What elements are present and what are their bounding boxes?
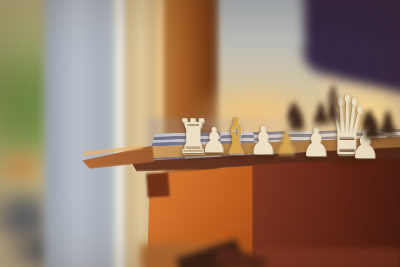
white-bishop: ♝ (221, 111, 251, 160)
table-bottom-strip (252, 248, 400, 267)
black-bishop: ♝ (320, 82, 347, 127)
table-corner-bracket (146, 172, 170, 197)
curtain-lit-edge (115, 0, 126, 267)
black-knight: ♞ (283, 98, 310, 136)
outdoor-chair-blur (0, 146, 48, 188)
black-pawn: ♟ (376, 107, 399, 138)
chess-photo-scene: ♜♟♝♟♟♟♛♟♞♟♝♞♟ (0, 0, 400, 267)
